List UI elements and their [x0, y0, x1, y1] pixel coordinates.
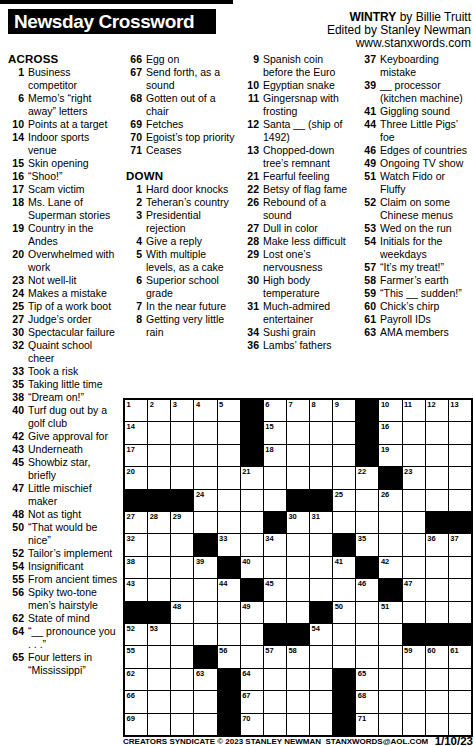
cell-number: 59 — [404, 646, 412, 655]
grid-cell[interactable]: 70 — [241, 714, 263, 735]
grid-cell[interactable]: 3 — [171, 400, 193, 421]
clue-text: Taking little time — [28, 378, 120, 391]
grid-cell[interactable]: 14 — [125, 422, 147, 443]
grid-cell[interactable]: 45 — [264, 579, 286, 600]
grid-cell[interactable] — [287, 579, 309, 600]
clue-number: 48 — [8, 508, 28, 521]
grid-cell[interactable]: 27 — [125, 512, 147, 533]
cell-number: 65 — [358, 669, 366, 678]
clue-item: 2Teheran’s country — [126, 196, 238, 209]
cell-number: 62 — [127, 669, 135, 678]
grid-cell[interactable]: 47 — [403, 579, 425, 600]
clue-number: 70 — [126, 131, 146, 144]
grid-cell[interactable] — [171, 624, 193, 645]
grid-cell[interactable] — [379, 512, 401, 533]
grid-cell-black — [426, 512, 448, 533]
grid-cell[interactable]: 42 — [379, 557, 401, 578]
grid-cell[interactable] — [264, 602, 286, 623]
grid-cell[interactable]: 71 — [356, 714, 378, 735]
grid-cell[interactable]: 20 — [125, 467, 147, 488]
grid-cell[interactable]: 51 — [379, 602, 401, 623]
grid-cell[interactable] — [333, 624, 355, 645]
grid-cell[interactable] — [379, 714, 401, 735]
grid-cell[interactable] — [218, 422, 240, 443]
cell-number: 44 — [219, 579, 227, 588]
grid-cell[interactable]: 38 — [125, 557, 147, 578]
grid-cell[interactable] — [194, 602, 216, 623]
grid-cell[interactable]: 32 — [125, 534, 147, 555]
grid-cell[interactable]: 11 — [403, 400, 425, 421]
grid-cell[interactable] — [356, 646, 378, 667]
grid-cell[interactable] — [333, 445, 355, 466]
clue-item: 52Tailor’s implement — [8, 547, 120, 560]
clue-item: 48Not as tight — [8, 508, 120, 521]
cell-number: 49 — [242, 602, 250, 611]
grid-cell[interactable] — [241, 534, 263, 555]
grid-cell[interactable] — [171, 445, 193, 466]
clue-text: Claim on some Chinese menus — [380, 196, 473, 222]
grid-cell-black — [125, 490, 147, 511]
cell-number: 42 — [381, 557, 389, 566]
grid-cell[interactable] — [426, 691, 448, 712]
clue-text: Egg on — [146, 53, 238, 66]
grid-cell[interactable] — [403, 534, 425, 555]
clue-number: 1 — [8, 66, 28, 79]
grid-cell[interactable] — [310, 422, 332, 443]
grid-cell[interactable] — [310, 669, 332, 690]
grid-cell[interactable]: 44 — [218, 579, 240, 600]
clue-text: Wed on the run — [380, 222, 473, 235]
grid-cell[interactable] — [449, 422, 471, 443]
grid-cell[interactable]: 4 — [194, 400, 216, 421]
grid-cell[interactable] — [426, 445, 448, 466]
clue-number: 15 — [8, 157, 28, 170]
grid-cell[interactable] — [171, 557, 193, 578]
grid-cell[interactable] — [264, 490, 286, 511]
grid-cell[interactable] — [148, 579, 170, 600]
grid-cell[interactable]: 65 — [356, 669, 378, 690]
clue-text: Points at a target — [28, 118, 120, 131]
grid-cell[interactable] — [310, 646, 332, 667]
clue-number: 67 — [126, 66, 146, 79]
cell-number: 46 — [358, 579, 366, 588]
grid-cell[interactable] — [449, 602, 471, 623]
grid-cell[interactable] — [310, 467, 332, 488]
grid-cell[interactable] — [287, 467, 309, 488]
cell-number: 23 — [404, 467, 412, 476]
grid-cell[interactable]: 1 — [125, 400, 147, 421]
cell-number: 30 — [288, 512, 296, 521]
grid-cell[interactable] — [310, 534, 332, 555]
grid-cell-black — [426, 624, 448, 645]
grid-cell[interactable]: 31 — [310, 512, 332, 533]
grid-cell[interactable] — [264, 669, 286, 690]
grid-cell[interactable] — [426, 714, 448, 735]
grid-cell[interactable] — [194, 422, 216, 443]
grid-cell[interactable]: 68 — [356, 691, 378, 712]
grid-cell[interactable]: 69 — [125, 714, 147, 735]
clue-number: 43 — [8, 443, 28, 456]
clue-text: “Dream on!” — [28, 391, 120, 404]
grid-cell[interactable] — [264, 557, 286, 578]
clue-item: 25Tip of a work boot — [8, 300, 120, 313]
grid-cell[interactable] — [356, 602, 378, 623]
grid-cell[interactable] — [426, 602, 448, 623]
grid-cell[interactable] — [171, 714, 193, 735]
cell-number: 5 — [219, 400, 223, 409]
clue-text: Keyboarding mistake — [380, 53, 473, 79]
clue-number: 38 — [8, 391, 28, 404]
grid-cell[interactable]: 25 — [333, 490, 355, 511]
puzzle-theme: WINTRY — [349, 10, 396, 24]
grid-cell[interactable] — [310, 445, 332, 466]
grid-cell[interactable] — [171, 691, 193, 712]
grid-cell[interactable] — [379, 669, 401, 690]
grid-cell[interactable]: 34 — [264, 534, 286, 555]
clue-number: 33 — [8, 365, 28, 378]
clue-text: Four letters in “Mississippi” — [28, 651, 120, 677]
grid-cell[interactable] — [403, 669, 425, 690]
clue-item: 21Fearful feeling — [243, 170, 355, 183]
grid-cell[interactable]: 37 — [449, 534, 471, 555]
grid-cell-black — [449, 512, 471, 533]
grid-cell[interactable] — [148, 691, 170, 712]
grid-cell[interactable]: 18 — [264, 445, 286, 466]
clue-number: 30 — [8, 326, 28, 339]
grid-cell[interactable] — [218, 512, 240, 533]
copyright-line: CREATORS SYNDICATE © 2023 STANLEY NEWMAN… — [123, 737, 428, 746]
grid-cell-black — [287, 624, 309, 645]
grid-cell[interactable]: 40 — [241, 557, 263, 578]
clue-item: 8Getting very little rain — [126, 313, 238, 339]
grid-cell[interactable] — [148, 467, 170, 488]
grid-cell[interactable] — [287, 422, 309, 443]
grid-cell[interactable] — [171, 579, 193, 600]
grid-cell[interactable] — [379, 624, 401, 645]
grid-cell[interactable]: 41 — [333, 557, 355, 578]
grid-cell[interactable] — [449, 467, 471, 488]
grid-cell[interactable] — [194, 691, 216, 712]
grid-cell[interactable] — [218, 445, 240, 466]
grid-cell[interactable] — [287, 602, 309, 623]
grid-cell[interactable] — [449, 557, 471, 578]
grid-cell[interactable]: 26 — [379, 490, 401, 511]
grid-cell-black — [287, 490, 309, 511]
grid-cell[interactable] — [449, 490, 471, 511]
grid-cell[interactable]: 62 — [125, 669, 147, 690]
grid-cell[interactable] — [218, 602, 240, 623]
grid-cell[interactable] — [171, 646, 193, 667]
grid-cell[interactable] — [356, 490, 378, 511]
grid-cell[interactable] — [241, 512, 263, 533]
grid-cell[interactable] — [264, 467, 286, 488]
grid-cell[interactable]: 10 — [379, 400, 401, 421]
grid-cell[interactable] — [379, 646, 401, 667]
grid-cell[interactable] — [148, 557, 170, 578]
grid-cell-black — [449, 624, 471, 645]
grid-cell[interactable]: 48 — [171, 602, 193, 623]
grid-cell[interactable]: 7 — [287, 400, 309, 421]
grid-cell[interactable] — [287, 714, 309, 735]
grid-cell[interactable] — [171, 467, 193, 488]
grid-cell[interactable]: 5 — [218, 400, 240, 421]
grid-cell[interactable] — [287, 691, 309, 712]
grid-cell[interactable] — [333, 467, 355, 488]
clue-text: Presidential rejection — [146, 209, 238, 235]
grid-cell[interactable]: 64 — [241, 669, 263, 690]
clue-text: Dull in color — [263, 222, 355, 235]
grid-cell[interactable] — [449, 445, 471, 466]
grid-cell[interactable] — [171, 422, 193, 443]
clue-item: 14Indoor sports venue — [8, 131, 120, 157]
clue-text: “That would be nice” — [28, 521, 120, 547]
grid-cell[interactable]: 17 — [125, 445, 147, 466]
clue-text: Underneath — [28, 443, 120, 456]
grid-cell[interactable] — [241, 646, 263, 667]
grid-cell[interactable]: 60 — [426, 646, 448, 667]
grid-cell-black — [148, 602, 170, 623]
grid-cell[interactable]: 15 — [264, 422, 286, 443]
grid-cell[interactable] — [333, 579, 355, 600]
grid-cell[interactable]: 23 — [403, 467, 425, 488]
cell-number: 9 — [335, 400, 339, 409]
grid-cell[interactable] — [218, 624, 240, 645]
grid-cell-black — [194, 534, 216, 555]
grid-cell[interactable] — [449, 691, 471, 712]
clue-number: 9 — [243, 53, 263, 66]
grid-cell[interactable]: 35 — [356, 534, 378, 555]
clue-number: 56 — [8, 586, 28, 599]
grid-cell[interactable]: 12 — [426, 400, 448, 421]
grid-cell[interactable] — [426, 669, 448, 690]
clue-number: 39 — [360, 79, 380, 92]
clue-number: 45 — [8, 456, 28, 469]
clue-column-4: 37Keyboarding mistake39__ processor (kit… — [360, 53, 473, 339]
grid-cell[interactable] — [218, 467, 240, 488]
grid-cell[interactable] — [194, 445, 216, 466]
clue-item: 30Spectacular failure — [8, 326, 120, 339]
grid-cell[interactable]: 59 — [403, 646, 425, 667]
grid-cell[interactable] — [310, 557, 332, 578]
grid-cell[interactable] — [194, 624, 216, 645]
grid-cell[interactable] — [403, 714, 425, 735]
grid-cell[interactable] — [194, 579, 216, 600]
clue-text: Payroll IDs — [380, 313, 473, 326]
grid-cell[interactable]: 66 — [125, 691, 147, 712]
clue-item: 36Lambs’ fathers — [243, 339, 355, 352]
grid-cell[interactable] — [148, 646, 170, 667]
grid-cell[interactable]: 54 — [310, 624, 332, 645]
cell-number: 68 — [358, 691, 366, 700]
grid-cell[interactable]: 63 — [194, 669, 216, 690]
grid-cell[interactable] — [403, 445, 425, 466]
grid-cell[interactable] — [426, 579, 448, 600]
grid-cell[interactable]: 8 — [310, 400, 332, 421]
clue-item: 66Egg on — [126, 53, 238, 66]
clue-number: 62 — [8, 612, 28, 625]
grid-cell[interactable]: 55 — [125, 646, 147, 667]
grid-cell[interactable]: 22 — [356, 467, 378, 488]
cell-number: 11 — [404, 400, 412, 409]
grid-cell[interactable]: 49 — [241, 602, 263, 623]
grid-cell[interactable] — [333, 512, 355, 533]
grid-cell[interactable] — [426, 557, 448, 578]
crossword-grid[interactable]: 1234567891011121314151617181920212223242… — [123, 398, 473, 737]
grid-cell[interactable] — [449, 579, 471, 600]
grid-cell[interactable] — [403, 691, 425, 712]
grid-cell[interactable] — [403, 422, 425, 443]
grid-cell[interactable] — [194, 714, 216, 735]
grid-cell[interactable] — [194, 467, 216, 488]
grid-cell[interactable] — [310, 691, 332, 712]
grid-cell[interactable] — [356, 624, 378, 645]
clue-number: 34 — [243, 326, 263, 339]
grid-cell[interactable] — [403, 512, 425, 533]
grid-cell[interactable] — [241, 490, 263, 511]
grid-cell[interactable] — [194, 512, 216, 533]
grid-cell[interactable] — [287, 445, 309, 466]
grid-cell[interactable] — [171, 534, 193, 555]
footer: CREATORS SYNDICATE © 2023 STANLEY NEWMAN… — [123, 736, 473, 746]
grid-cell[interactable]: 29 — [171, 512, 193, 533]
cell-number: 18 — [265, 445, 273, 454]
grid-cell[interactable]: 53 — [148, 624, 170, 645]
clue-item: 38“Dream on!” — [8, 391, 120, 404]
cell-number: 14 — [127, 422, 135, 431]
website-link[interactable]: www.stanxwords.com — [327, 37, 471, 50]
grid-cell[interactable]: 57 — [264, 646, 286, 667]
clue-text: Took a risk — [28, 365, 120, 378]
grid-cell[interactable] — [148, 669, 170, 690]
grid-cell[interactable]: 21 — [241, 467, 263, 488]
clue-item: 62State of mind — [8, 612, 120, 625]
grid-cell[interactable] — [148, 445, 170, 466]
clue-item: 51Watch Fido or Fluffy — [360, 170, 473, 196]
grid-cell[interactable]: 58 — [287, 646, 309, 667]
grid-cell[interactable] — [218, 490, 240, 511]
grid-cell[interactable] — [148, 422, 170, 443]
grid-cell[interactable]: 30 — [287, 512, 309, 533]
grid-cell[interactable]: 50 — [333, 602, 355, 623]
grid-cell[interactable] — [287, 534, 309, 555]
grid-cell[interactable] — [449, 714, 471, 735]
grid-cell[interactable]: 6 — [264, 400, 286, 421]
clue-number: 13 — [243, 144, 263, 157]
grid-cell[interactable]: 9 — [333, 400, 355, 421]
grid-cell[interactable] — [241, 624, 263, 645]
grid-cell[interactable] — [148, 534, 170, 555]
clue-number: 7 — [126, 300, 146, 313]
grid-cell[interactable]: 61 — [449, 646, 471, 667]
cell-number: 3 — [173, 400, 177, 409]
clue-text: Edges of countries — [380, 144, 473, 157]
cell-number: 53 — [150, 624, 158, 633]
clue-number: 52 — [360, 196, 380, 209]
grid-cell[interactable] — [310, 714, 332, 735]
cell-number: 8 — [312, 400, 316, 409]
grid-cell[interactable]: 39 — [194, 557, 216, 578]
clue-number: 37 — [360, 53, 380, 66]
clue-text: Chopped-down tree’s remnant — [263, 144, 355, 170]
cell-number: 69 — [127, 714, 135, 723]
grid-cell[interactable] — [171, 669, 193, 690]
grid-cell[interactable]: 2 — [148, 400, 170, 421]
clue-number: 54 — [8, 560, 28, 573]
clue-item: 43Underneath — [8, 443, 120, 456]
clue-item: 13Chopped-down tree’s remnant — [243, 144, 355, 170]
clue-number: 29 — [243, 248, 263, 261]
cell-number: 50 — [335, 602, 343, 611]
cell-number: 27 — [127, 512, 135, 521]
grid-cell[interactable]: 13 — [449, 400, 471, 421]
grid-cell[interactable]: 46 — [356, 579, 378, 600]
grid-cell[interactable] — [287, 669, 309, 690]
grid-cell[interactable] — [333, 422, 355, 443]
grid-cell-black — [333, 534, 355, 555]
grid-cell[interactable]: 19 — [379, 445, 401, 466]
grid-cell[interactable]: 56 — [218, 646, 240, 667]
clue-number: 36 — [243, 339, 263, 352]
grid-cell[interactable] — [333, 646, 355, 667]
grid-cell[interactable] — [426, 490, 448, 511]
clue-item: 54Insignificant — [8, 560, 120, 573]
clue-number: 28 — [243, 235, 263, 248]
grid-cell[interactable] — [426, 467, 448, 488]
grid-cell[interactable] — [403, 490, 425, 511]
clue-item: 4Give a reply — [126, 235, 238, 248]
clue-text: Indoor sports venue — [28, 131, 120, 157]
grid-cell[interactable] — [426, 422, 448, 443]
clue-item: 15Skin opening — [8, 157, 120, 170]
cell-number: 67 — [242, 691, 250, 700]
grid-cell[interactable] — [379, 691, 401, 712]
clue-item: 58Farmer’s earth — [360, 274, 473, 287]
clue-text: Fearful feeling — [263, 170, 355, 183]
cell-number: 71 — [358, 714, 366, 723]
grid-cell[interactable]: 16 — [379, 422, 401, 443]
clue-item: 1Business competitor — [8, 66, 120, 92]
grid-cell[interactable]: 43 — [125, 579, 147, 600]
grid-cell[interactable]: 36 — [426, 534, 448, 555]
clue-number: 68 — [126, 92, 146, 105]
grid-cell[interactable]: 33 — [218, 534, 240, 555]
grid-cell[interactable] — [379, 534, 401, 555]
cell-number: 2 — [150, 400, 154, 409]
grid-cell[interactable] — [148, 714, 170, 735]
clue-number: 27 — [8, 313, 28, 326]
grid-cell[interactable] — [287, 557, 309, 578]
clue-number: 71 — [126, 144, 146, 157]
column-gap — [126, 157, 238, 170]
grid-cell[interactable] — [310, 579, 332, 600]
clue-number: 12 — [243, 118, 263, 131]
cell-number: 60 — [427, 646, 435, 655]
cell-number: 39 — [196, 557, 204, 566]
grid-cell[interactable] — [264, 691, 286, 712]
grid-cell[interactable]: 28 — [148, 512, 170, 533]
cell-number: 57 — [265, 646, 273, 655]
grid-cell[interactable]: 67 — [241, 691, 263, 712]
grid-cell[interactable] — [264, 714, 286, 735]
grid-cell[interactable] — [403, 557, 425, 578]
cell-number: 20 — [127, 467, 135, 476]
grid-cell[interactable] — [403, 602, 425, 623]
clue-item: 1Hard door knocks — [126, 183, 238, 196]
grid-cell[interactable]: 24 — [194, 490, 216, 511]
grid-cell[interactable]: 52 — [125, 624, 147, 645]
grid-cell[interactable] — [356, 512, 378, 533]
grid-cell[interactable] — [449, 669, 471, 690]
